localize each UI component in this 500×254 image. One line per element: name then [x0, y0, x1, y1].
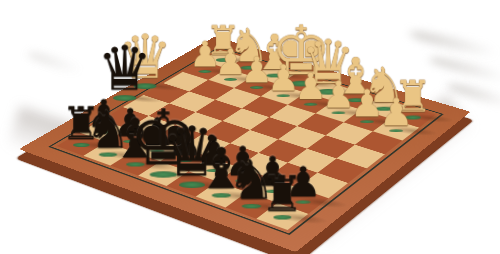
extra-queen-black[interactable]: ♛ — [82, 38, 168, 99]
piece-white-pawn[interactable]: ♟ — [351, 93, 441, 131]
backdrop-piece-shadow — [408, 28, 500, 59]
board-frame: ♜♞♝♛♚♝♞♜♟♟♟♟♟♟♟♟♟♟♟♟♟♟♟♟♜♞♝♛♚♝♞♜ ♛♛ — [19, 36, 470, 252]
piece-black-rook[interactable]: ♜ — [233, 170, 333, 219]
product-photo-scene: ♜♞♝♛♚♝♞♜♟♟♟♟♟♟♟♟♟♟♟♟♟♟♟♟♜♞♝♛♚♝♞♜ ♛♛ — [0, 0, 500, 254]
chess-board: ♜♞♝♛♚♝♞♜♟♟♟♟♟♟♟♟♟♟♟♟♟♟♟♟♜♞♝♛♚♝♞♜ ♛♛ — [19, 36, 470, 252]
backdrop-piece-shadow — [26, 49, 84, 75]
